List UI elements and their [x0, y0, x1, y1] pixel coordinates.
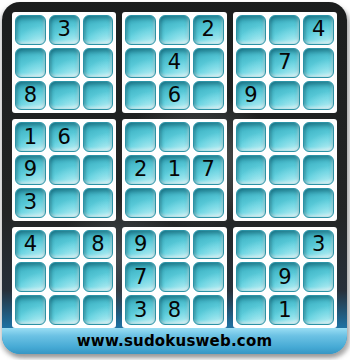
- footer-bar: www.sudokusweb.com: [2, 328, 347, 354]
- given-digit: 2: [134, 159, 147, 180]
- cell-r9c5[interactable]: 8: [159, 295, 190, 325]
- given-digit: 3: [24, 192, 37, 213]
- website-url[interactable]: www.sudokusweb.com: [77, 332, 272, 350]
- cell-r7c5[interactable]: [159, 230, 190, 260]
- cell-r1c9[interactable]: 4: [303, 15, 334, 45]
- block-2: 246: [122, 12, 226, 113]
- cell-r2c1[interactable]: [15, 48, 46, 78]
- cell-r6c7[interactable]: [236, 188, 267, 218]
- cell-r1c7[interactable]: [236, 15, 267, 45]
- cell-r9c7[interactable]: [236, 295, 267, 325]
- cell-r8c8[interactable]: 9: [269, 262, 300, 292]
- cell-r3c4[interactable]: [125, 81, 156, 111]
- cell-r1c6[interactable]: 2: [193, 15, 224, 45]
- cell-r6c8[interactable]: [269, 188, 300, 218]
- cell-r9c4[interactable]: 3: [125, 295, 156, 325]
- cell-r9c1[interactable]: [15, 295, 46, 325]
- cell-r8c4[interactable]: 7: [125, 262, 156, 292]
- cell-r5c5[interactable]: 1: [159, 155, 190, 185]
- cell-r4c8[interactable]: [269, 122, 300, 152]
- given-digit: 1: [168, 159, 181, 180]
- cell-r3c8[interactable]: [269, 81, 300, 111]
- cell-r7c8[interactable]: [269, 230, 300, 260]
- given-digit: 2: [202, 19, 215, 40]
- block-6: [233, 119, 337, 220]
- cell-r7c6[interactable]: [193, 230, 224, 260]
- cell-r4c5[interactable]: [159, 122, 190, 152]
- cell-r4c3[interactable]: [83, 122, 114, 152]
- given-digit: 6: [168, 85, 181, 106]
- cell-r3c6[interactable]: [193, 81, 224, 111]
- given-digit: 6: [57, 127, 70, 148]
- cell-r3c1[interactable]: 8: [15, 81, 46, 111]
- cell-r3c9[interactable]: [303, 81, 334, 111]
- cell-r9c8[interactable]: 1: [269, 295, 300, 325]
- given-digit: 1: [278, 300, 291, 321]
- cell-r5c8[interactable]: [269, 155, 300, 185]
- cell-r8c1[interactable]: [15, 262, 46, 292]
- given-digit: 8: [168, 300, 181, 321]
- given-digit: 4: [24, 234, 37, 255]
- cell-r4c2[interactable]: 6: [49, 122, 80, 152]
- cell-r5c4[interactable]: 2: [125, 155, 156, 185]
- given-digit: 3: [134, 300, 147, 321]
- given-digit: 4: [168, 52, 181, 73]
- sudoku-page: 382464791693217489738391 www.sudokusweb.…: [0, 0, 350, 360]
- given-digit: 9: [278, 267, 291, 288]
- cell-r6c2[interactable]: [49, 188, 80, 218]
- cell-r3c7[interactable]: 9: [236, 81, 267, 111]
- cell-r5c7[interactable]: [236, 155, 267, 185]
- cell-r2c2[interactable]: [49, 48, 80, 78]
- cell-r1c2[interactable]: 3: [49, 15, 80, 45]
- cell-r1c4[interactable]: [125, 15, 156, 45]
- cell-r1c8[interactable]: [269, 15, 300, 45]
- cell-r1c1[interactable]: [15, 15, 46, 45]
- cell-r6c9[interactable]: [303, 188, 334, 218]
- cell-r8c9[interactable]: [303, 262, 334, 292]
- cell-r1c5[interactable]: [159, 15, 190, 45]
- given-digit: 9: [134, 234, 147, 255]
- cell-r3c2[interactable]: [49, 81, 80, 111]
- cell-r8c5[interactable]: [159, 262, 190, 292]
- given-digit: 7: [278, 52, 291, 73]
- cell-r6c3[interactable]: [83, 188, 114, 218]
- given-digit: 7: [134, 267, 147, 288]
- block-8: 9738: [122, 227, 226, 328]
- cell-r9c3[interactable]: [83, 295, 114, 325]
- block-4: 1693: [12, 119, 116, 220]
- cell-r7c9[interactable]: 3: [303, 230, 334, 260]
- cell-r6c4[interactable]: [125, 188, 156, 218]
- cell-r4c4[interactable]: [125, 122, 156, 152]
- cell-r9c9[interactable]: [303, 295, 334, 325]
- given-digit: 3: [312, 234, 325, 255]
- block-5: 217: [122, 119, 226, 220]
- cell-r8c6[interactable]: [193, 262, 224, 292]
- cell-r2c3[interactable]: [83, 48, 114, 78]
- cell-r2c4[interactable]: [125, 48, 156, 78]
- block-1: 38: [12, 12, 116, 113]
- cell-r2c8[interactable]: 7: [269, 48, 300, 78]
- given-digit: 3: [57, 19, 70, 40]
- cell-r4c6[interactable]: [193, 122, 224, 152]
- cell-r2c7[interactable]: [236, 48, 267, 78]
- cell-r3c3[interactable]: [83, 81, 114, 111]
- cell-r2c6[interactable]: [193, 48, 224, 78]
- cell-r8c3[interactable]: [83, 262, 114, 292]
- cell-r6c5[interactable]: [159, 188, 190, 218]
- cell-r2c5[interactable]: 4: [159, 48, 190, 78]
- cell-r7c2[interactable]: [49, 230, 80, 260]
- cell-r9c2[interactable]: [49, 295, 80, 325]
- cell-r8c7[interactable]: [236, 262, 267, 292]
- cell-r2c9[interactable]: [303, 48, 334, 78]
- cell-r9c6[interactable]: [193, 295, 224, 325]
- cell-r5c6[interactable]: 7: [193, 155, 224, 185]
- cell-r4c1[interactable]: 1: [15, 122, 46, 152]
- cell-r7c3[interactable]: 8: [83, 230, 114, 260]
- given-digit: 8: [24, 85, 37, 106]
- cell-r8c2[interactable]: [49, 262, 80, 292]
- cell-r4c9[interactable]: [303, 122, 334, 152]
- cell-r5c1[interactable]: 9: [15, 155, 46, 185]
- sudoku-grid: 382464791693217489738391: [12, 12, 337, 328]
- given-digit: 4: [312, 19, 325, 40]
- cell-r5c9[interactable]: [303, 155, 334, 185]
- given-digit: 1: [24, 127, 37, 148]
- cell-r5c2[interactable]: [49, 155, 80, 185]
- given-digit: 9: [24, 159, 37, 180]
- cell-r7c7[interactable]: [236, 230, 267, 260]
- block-9: 391: [233, 227, 337, 328]
- sudoku-board-frame: 382464791693217489738391 www.sudokusweb.…: [2, 2, 347, 354]
- cell-r3c5[interactable]: 6: [159, 81, 190, 111]
- given-digit: 8: [91, 234, 104, 255]
- block-3: 479: [233, 12, 337, 113]
- cell-r5c3[interactable]: [83, 155, 114, 185]
- cell-r4c7[interactable]: [236, 122, 267, 152]
- cell-r1c3[interactable]: [83, 15, 114, 45]
- given-digit: 7: [202, 159, 215, 180]
- cell-r6c6[interactable]: [193, 188, 224, 218]
- cell-r6c1[interactable]: 3: [15, 188, 46, 218]
- block-7: 48: [12, 227, 116, 328]
- given-digit: 9: [244, 85, 257, 106]
- cell-r7c1[interactable]: 4: [15, 230, 46, 260]
- cell-r7c4[interactable]: 9: [125, 230, 156, 260]
